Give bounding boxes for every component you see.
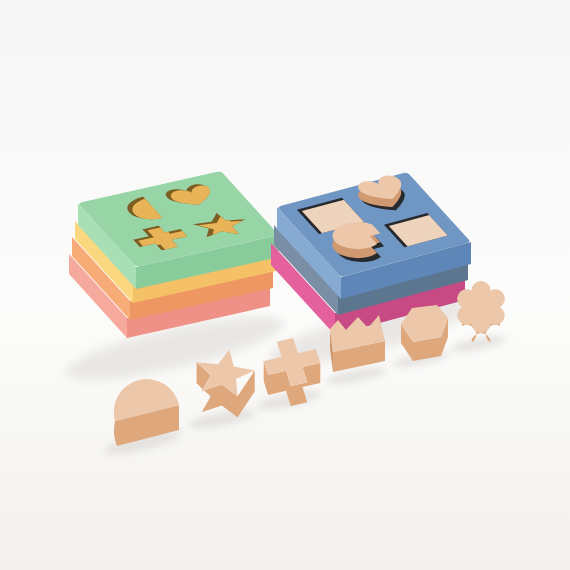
- toy-photo-canvas: [0, 0, 570, 570]
- product-photo: [0, 0, 570, 570]
